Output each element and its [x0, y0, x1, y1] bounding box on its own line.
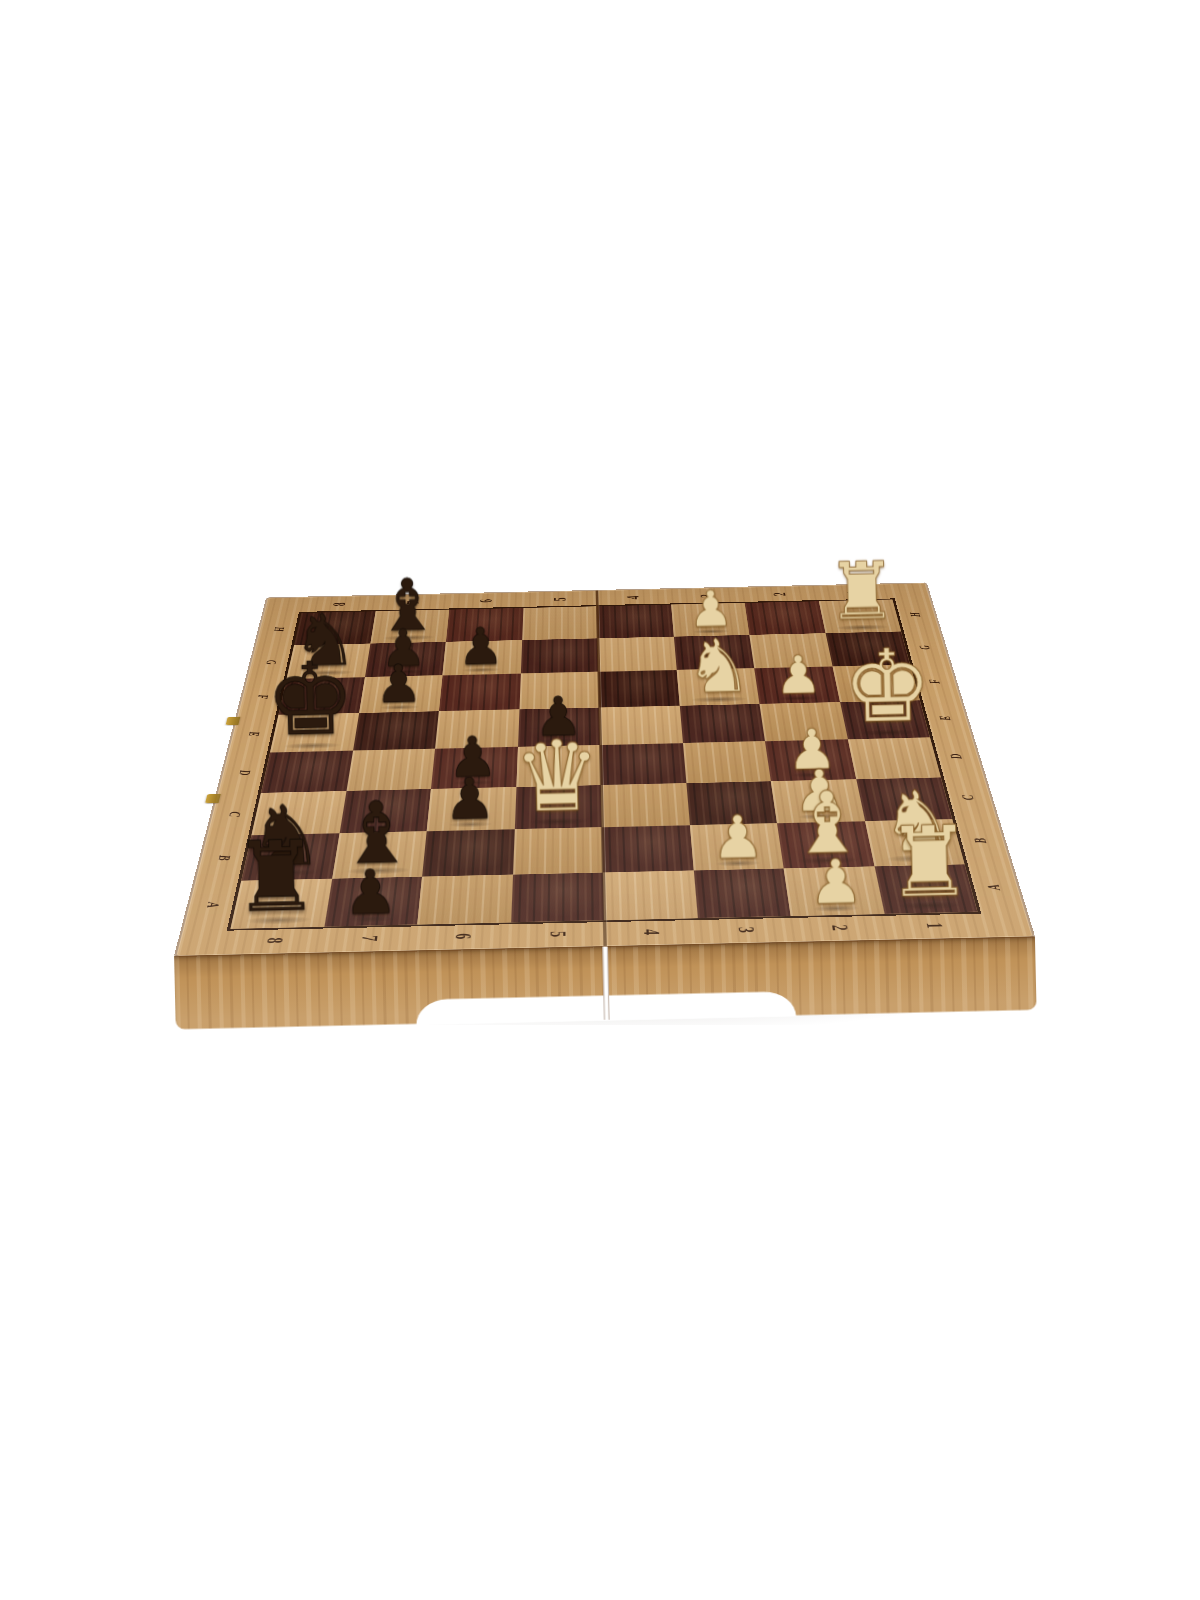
left-file-label-C: C — [225, 811, 244, 817]
product-photo-stage: ♝♟♜♞♟♟♟♞♟♚♟♚♟♟♟♛♟♞♝♟♝♞♜♟♟♜ 8765432187654… — [0, 0, 1200, 1600]
piece-white-queen-c5: ♛ — [512, 728, 602, 828]
front-rank-label-1: 1 — [921, 922, 948, 928]
square-c4 — [601, 783, 690, 827]
front-rank-label-2: 2 — [827, 925, 853, 931]
square-a4 — [603, 870, 697, 920]
square-c5: ♛ — [514, 785, 602, 829]
piece-black-rook-a8: ♜ — [232, 827, 321, 926]
square-h4 — [597, 605, 674, 639]
square-a8: ♜ — [231, 878, 332, 928]
square-f6 — [439, 674, 521, 711]
front-rank-label-7: 7 — [356, 935, 382, 941]
front-rank-label-3: 3 — [733, 927, 759, 933]
piece-white-rook-h1: ♜ — [825, 551, 898, 632]
square-f4 — [598, 670, 679, 707]
square-f7: ♟ — [359, 675, 443, 712]
piece-black-pawn-f7: ♟ — [374, 657, 422, 710]
board-apron — [174, 936, 1037, 1029]
piece-black-king-e8: ♚ — [265, 649, 357, 751]
left-file-label-B: B — [214, 855, 234, 861]
square-h2 — [745, 601, 826, 634]
square-f3: ♞ — [676, 668, 759, 705]
back-rank-label-4: 4 — [624, 596, 644, 600]
square-e4 — [599, 706, 682, 745]
back-rank-label-6: 6 — [477, 599, 497, 603]
square-c6: ♟ — [427, 787, 516, 831]
right-file-label-E: E — [936, 716, 954, 721]
piece-white-pawn-f2: ♟ — [775, 648, 823, 701]
chess-board: ♝♟♜♞♟♟♟♞♟♚♟♚♟♟♟♛♟♞♝♟♝♞♜♟♟♜ 8765432187654… — [176, 583, 1032, 956]
right-file-label-A: A — [984, 884, 1005, 890]
left-file-label-D: D — [235, 770, 254, 776]
right-file-label-H: H — [907, 612, 924, 617]
front-rank-label-4: 4 — [639, 929, 664, 935]
piece-white-knight-f3: ♞ — [684, 628, 752, 703]
right-file-label-C: C — [959, 795, 978, 801]
square-g4 — [598, 636, 677, 671]
piece-white-pawn-b3: ♟ — [710, 807, 764, 867]
camera-cant: ♝♟♜♞♟♟♟♞♟♚♟♚♟♟♟♛♟♞♝♟♝♞♜♟♟♜ 8765432187654… — [0, 0, 1200, 1600]
front-rank-label-6: 6 — [450, 933, 476, 939]
square-b6 — [422, 829, 514, 876]
square-f2: ♟ — [754, 667, 839, 704]
square-a7: ♟ — [324, 876, 422, 926]
square-b3: ♟ — [689, 823, 783, 870]
square-h5 — [522, 606, 598, 640]
left-file-label-E: E — [245, 731, 263, 736]
back-rank-label-5: 5 — [550, 597, 570, 601]
square-a1: ♜ — [874, 864, 977, 914]
square-a5 — [511, 872, 604, 922]
square-g5 — [520, 638, 598, 673]
left-file-label-A: A — [202, 902, 222, 908]
right-file-label-B: B — [971, 838, 991, 844]
square-e3 — [679, 704, 765, 743]
square-a2: ♟ — [784, 866, 884, 916]
brass-clasp-icon — [205, 794, 221, 803]
apron-fold-gap — [602, 946, 609, 1020]
front-rank-label-5: 5 — [545, 931, 570, 937]
piece-white-rook-a1: ♜ — [884, 812, 973, 911]
square-e8: ♚ — [270, 713, 359, 753]
piece-black-pawn-a7: ♟ — [342, 862, 398, 924]
square-a3 — [693, 868, 790, 918]
front-rank-label-8: 8 — [262, 937, 288, 943]
square-a6 — [417, 874, 512, 924]
square-e7 — [353, 711, 439, 751]
brass-clasp-icon — [226, 717, 241, 725]
square-g6: ♟ — [442, 640, 521, 675]
piece-black-pawn-c6: ♟ — [444, 770, 497, 828]
square-d4 — [600, 743, 686, 785]
square-d3 — [682, 741, 770, 783]
left-file-label-H: H — [271, 627, 288, 632]
piece-white-pawn-a2: ♟ — [808, 851, 864, 913]
right-file-label-D: D — [947, 754, 966, 760]
piece-black-pawn-g6: ♟ — [458, 621, 505, 673]
back-rank-label-2: 2 — [770, 592, 790, 596]
square-b4 — [602, 825, 693, 872]
square-e1: ♚ — [840, 700, 930, 739]
piece-white-king-e1: ♚ — [841, 636, 933, 738]
perspective-scene: ♝♟♜♞♟♟♟♞♟♚♟♚♟♟♟♛♟♞♝♟♝♞♜♟♟♜ 8765432187654… — [220, 365, 981, 1126]
square-b5 — [513, 827, 603, 874]
